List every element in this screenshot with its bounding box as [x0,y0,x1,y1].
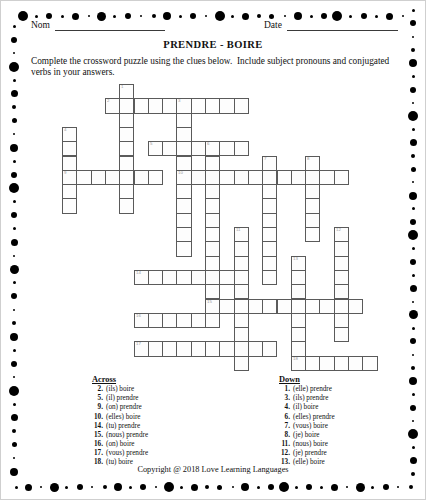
grid-cell[interactable] [162,98,177,113]
grid-cell[interactable] [176,127,191,142]
grid-cell[interactable] [162,341,177,356]
grid-cell[interactable] [119,156,134,171]
grid-cell[interactable] [205,213,220,228]
grid-cell[interactable] [176,213,191,228]
grid-cell[interactable]: 4 [62,127,77,142]
copyright-footer: Copyright @ 2018 Love Learning Languages [1,465,425,474]
grid-cell[interactable] [219,299,234,314]
grid-cell[interactable] [62,198,77,213]
clue-number: 10. [90,413,103,422]
grid-cell[interactable] [205,98,220,113]
border-dot [410,259,416,265]
instructions-text: Complete the crossword puzzle using the … [31,56,401,78]
grid-cell[interactable] [362,356,377,371]
cell-number: 18 [293,357,298,361]
border-dot [412,393,415,396]
border-dot [88,15,90,17]
clue-item: 17.(vous) prendre [90,449,148,458]
border-dot [125,13,131,19]
grid-cell[interactable] [219,341,234,356]
cell-number: 5 [150,142,152,146]
border-dot [412,247,415,250]
grid-cell[interactable] [119,113,134,128]
grid-cell[interactable] [148,341,163,356]
grid-cell[interactable] [248,299,263,314]
grid-cell[interactable] [291,284,306,299]
border-dot [412,75,415,78]
border-dot [97,12,106,21]
border-dot [409,192,417,200]
grid-cell[interactable] [334,327,349,342]
border-dot [294,12,302,20]
grid-cell[interactable] [176,227,191,242]
border-dot [231,15,234,18]
clue-item: 5.(il) prendre [90,394,148,403]
grid-cell[interactable] [62,184,77,199]
grid-cell[interactable] [76,170,91,185]
grid-cell[interactable] [262,170,277,185]
grid-cell[interactable]: 10 [176,170,191,185]
border-dot [412,102,414,104]
grid-cell[interactable]: 18 [291,356,306,371]
grid-cell[interactable] [134,170,149,185]
border-dot [411,366,415,370]
clue-number: 17. [90,449,103,458]
border-dot [18,11,28,21]
grid-cell[interactable] [148,98,163,113]
border-dot [306,484,312,490]
clue-item: 16.(on) boire [90,440,148,449]
grid-cell[interactable]: 3 [176,98,191,113]
clue-text: (on) boire [106,440,135,448]
clue-item: 14.(tu) prendre [90,422,148,431]
grid-cell[interactable]: 15 [205,299,220,314]
grid-cell[interactable]: 17 [134,341,149,356]
border-dot [12,118,17,123]
border-dot [11,90,18,97]
grid-cell[interactable] [291,270,306,285]
border-dot [13,349,16,352]
grid-cell[interactable] [305,198,320,213]
grid-cell[interactable]: 16 [134,313,149,328]
grid-cell[interactable] [176,198,191,213]
clue-number: 2. [90,385,103,394]
grid-cell[interactable] [205,284,220,299]
clue-item: 15.(nous) prendre [90,431,148,440]
border-dot [332,11,342,21]
grid-cell[interactable] [348,356,363,371]
clue-text: (vous) boire [293,422,328,430]
border-dot [217,485,222,490]
clue-number: 14. [90,422,103,431]
grid-cell[interactable] [277,170,292,185]
clue-item: 3.(ils) prendre [277,394,335,403]
grid-cell[interactable]: 7 [262,156,277,171]
border-dot [412,36,414,38]
border-dot [11,239,18,246]
nom-label: Nom [31,20,50,30]
border-dot [410,405,416,411]
border-dot [11,414,18,421]
border-dot [257,14,261,18]
across-clues-section: Across 2.(ils) boire5.(il) prendre9.(on)… [90,375,148,468]
grid-cell[interactable] [134,98,149,113]
cell-number: 4 [64,128,66,132]
clue-number: 8. [277,431,290,440]
grid-cell[interactable] [148,313,163,328]
border-dot [310,15,313,18]
border-dot [13,25,16,28]
clue-text: (il) prendre [106,394,139,402]
border-dot [408,230,418,240]
grid-cell[interactable] [205,241,220,256]
grid-cell[interactable]: 6 [205,141,220,156]
cell-number: 2 [107,99,109,103]
grid-cell[interactable] [119,198,134,213]
border-dot [13,309,15,311]
grid-cell[interactable]: 5 [148,141,163,156]
border-dot [349,15,352,18]
grid-cell[interactable]: 1 [119,84,134,99]
clue-item: 11.(nous) boire [277,440,335,449]
cell-number: 9 [64,171,66,175]
grid-cell[interactable] [191,341,206,356]
clue-item: 12.(je) prendre [277,449,335,458]
across-clue-list: 2.(ils) boire5.(il) prendre9.(on) prendr… [90,385,148,467]
border-dot [113,15,116,18]
grid-cell[interactable] [234,98,249,113]
grid-cell[interactable] [234,141,249,156]
grid-cell[interactable] [334,356,349,371]
clue-text: (ils) boire [106,385,134,393]
border-dot [410,285,417,292]
grid-cell[interactable] [119,141,134,156]
clue-item: 6.(elles) prendre [277,413,335,422]
border-dot [13,281,16,284]
clue-item: 4.(il) boire [277,403,335,412]
grid-cell[interactable] [277,299,292,314]
grid-cell[interactable] [119,184,134,199]
down-heading: Down [279,375,335,384]
grid-cell[interactable] [348,299,363,314]
grid-cell[interactable] [119,127,134,142]
grid-cell[interactable] [234,327,249,342]
cell-number: 13 [293,257,298,261]
border-dot [9,386,19,396]
grid-cell[interactable] [176,270,191,285]
grid-cell[interactable] [262,227,277,242]
grid-cell[interactable] [291,341,306,356]
border-dot [279,482,289,492]
grid-cell[interactable] [262,256,277,271]
border-dot [412,9,415,12]
grid-cell[interactable] [234,356,249,371]
clue-text: (vous) prendre [106,449,148,457]
grid-cell[interactable] [262,270,277,285]
grid-cell[interactable] [234,270,249,285]
grid-cell[interactable] [305,299,320,314]
grid-cell[interactable] [262,299,277,314]
grid-cell[interactable] [334,270,349,285]
clue-number: 1. [277,385,290,394]
grid-cell[interactable] [248,170,263,185]
border-dot [35,15,38,18]
border-dot [179,15,182,18]
clue-number: 11. [277,440,290,449]
grid-cell[interactable] [205,256,220,271]
border-dot [409,485,413,489]
grid-cell[interactable]: 14 [134,270,149,285]
page-title: PRENDRE - BOIRE [1,39,425,50]
border-dot [13,79,16,82]
grid-cell[interactable] [234,170,249,185]
clue-text: (elle) prendre [293,385,332,393]
grid-cell[interactable] [334,256,349,271]
grid-cell[interactable] [148,270,163,285]
border-dot [386,13,393,20]
grid-cell[interactable] [205,198,220,213]
border-dot [65,486,68,489]
grid-cell[interactable] [219,170,234,185]
border-dot [91,486,93,488]
border-dot [205,485,209,489]
grid-cell[interactable] [205,184,220,199]
grid-cell[interactable] [205,341,220,356]
border-dot [15,486,18,489]
clue-number: 16. [90,440,103,449]
grid-cell[interactable]: 9 [62,170,77,185]
across-heading: Across [92,375,148,384]
cell-number: 17 [136,342,141,346]
border-dot [13,160,16,163]
clue-item: 10.(elles) boire [90,413,148,422]
grid-cell[interactable] [191,270,206,285]
grid-cell[interactable] [219,270,234,285]
border-dot [409,377,417,385]
border-dot [410,457,417,464]
border-dot [13,52,15,54]
border-dot [410,219,416,225]
worksheet-page: Nom Date PRENDRE - BOIRE Complete the cr… [0,0,426,500]
cell-number: 16 [136,314,141,318]
grid-cell[interactable] [334,170,349,185]
cell-number: 8 [307,157,309,161]
border-dot [191,484,198,491]
grid-cell[interactable] [176,113,191,128]
border-dot [321,13,327,19]
border-dot [409,59,417,67]
border-dot [12,321,16,325]
border-dot [180,486,183,489]
border-dot [10,333,18,341]
border-dot [284,15,286,17]
grid-cell[interactable] [148,170,163,185]
clue-text: (je) boire [293,431,320,439]
grid-cell[interactable] [305,213,320,228]
grid-cell[interactable] [162,270,177,285]
grid-cell[interactable] [176,313,191,328]
grid-cell[interactable] [334,313,349,328]
border-dot [13,200,16,203]
border-dot [412,420,414,422]
grid-cell[interactable] [62,141,77,156]
border-dot [140,15,142,17]
border-dot [12,442,17,447]
clue-number: 7. [277,422,290,431]
grid-cell[interactable] [234,241,249,256]
border-dot [114,483,122,491]
grid-cell[interactable] [319,170,334,185]
grid-cell[interactable]: 2 [105,98,120,113]
grid-cell[interactable] [205,313,220,328]
grid-cell[interactable] [191,98,206,113]
border-dot [152,14,156,18]
grid-cell[interactable] [234,313,249,328]
grid-cell[interactable] [305,170,320,185]
border-dot [13,255,15,257]
grid-cell[interactable] [334,299,349,314]
grid-cell[interactable] [105,170,120,185]
clue-item: 9.(on) prendre [90,403,148,412]
border-dot [412,207,415,210]
border-dot [410,139,417,146]
grid-cell[interactable] [191,141,206,156]
border-dot [140,484,146,490]
grid-cell[interactable] [191,170,206,185]
grid-cell[interactable]: 11 [234,227,249,242]
cell-number: 6 [207,142,209,146]
grid-cell[interactable] [205,270,220,285]
clue-item: 8.(je) boire [277,431,335,440]
grid-cell[interactable] [176,184,191,199]
grid-cell[interactable] [205,156,220,171]
grid-cell[interactable] [305,184,320,199]
grid-cell[interactable] [162,141,177,156]
grid-cell[interactable] [119,98,134,113]
grid-cell[interactable] [162,313,177,328]
border-dot [408,111,418,121]
border-dot [257,486,260,489]
border-dot [409,310,418,319]
clue-text: (ils) prendre [293,394,328,402]
date-label: Date [264,20,282,30]
grid-cell[interactable] [319,299,334,314]
clue-text: (je) prendre [293,449,327,457]
border-dot [410,20,416,26]
grid-cell[interactable] [234,284,249,299]
grid-cell[interactable] [176,141,191,156]
grid-cell[interactable] [176,341,191,356]
border-dot [269,14,274,19]
grid-cell[interactable] [234,299,249,314]
border-dot [346,486,348,488]
cell-number: 15 [207,300,212,304]
cell-number: 14 [136,271,141,275]
border-dot [295,486,298,489]
grid-cell[interactable] [262,213,277,228]
down-clues-section: Down 1.(elle) prendre3.(ils) prendre4.(i… [277,375,335,468]
grid-cell[interactable] [305,227,320,242]
grid-cell[interactable] [305,356,320,371]
border-dot [412,446,415,449]
grid-cell[interactable]: 8 [305,156,320,171]
clue-item: 2.(ils) boire [90,385,148,394]
border-dot [320,486,323,489]
grid-cell[interactable]: 13 [291,256,306,271]
clue-text: (tu) prendre [106,422,140,430]
clue-number: 9. [90,403,103,412]
border-dot [331,484,338,491]
border-dot [190,13,196,19]
grid-cell[interactable] [219,98,234,113]
grid-cell[interactable] [205,227,220,242]
clue-text: (nous) prendre [106,431,148,439]
border-dot [412,274,415,277]
grid-cell[interactable] [219,141,234,156]
border-dot [410,87,416,93]
border-dot [361,13,367,19]
border-dot [375,15,378,18]
grid-cell[interactable] [291,313,306,328]
grid-cell[interactable] [262,241,277,256]
border-dot [411,154,415,158]
grid-cell[interactable] [176,156,191,171]
clue-number: 15. [90,431,103,440]
grid-cell[interactable] [205,170,220,185]
nom-blank-line [55,30,165,31]
grid-cell[interactable]: 12 [334,227,349,242]
border-dot [397,486,399,488]
grid-cell[interactable] [234,341,249,356]
border-dot [371,486,374,489]
grid-cell[interactable] [176,241,191,256]
grid-cell[interactable] [334,241,349,256]
grid-cell[interactable] [62,156,77,171]
cell-number: 11 [236,228,241,232]
border-dot [11,212,17,218]
border-dot [9,183,19,193]
grid-cell[interactable] [248,341,263,356]
clue-item: 7.(vous) boire [277,422,335,431]
down-clue-list: 1.(elle) prendre3.(ils) prendre4.(il) bo… [277,385,335,467]
clue-number: 3. [277,394,290,403]
grid-cell[interactable] [262,198,277,213]
border-dot [77,484,83,490]
grid-cell[interactable] [119,170,134,185]
grid-cell[interactable] [191,313,206,328]
border-dot [11,293,17,299]
clue-text: (nous) boire [293,440,328,448]
border-dot [46,13,52,19]
border-dot [12,429,16,433]
border-dot [50,483,59,492]
grid-cell[interactable] [262,341,277,356]
grid-cell[interactable] [291,170,306,185]
border-dot [11,361,17,367]
border-dot [72,13,79,20]
border-dot [10,265,19,274]
border-dot [164,482,174,492]
clue-text: (elles) prendre [293,413,335,421]
grid-cell[interactable] [234,256,249,271]
grid-cell[interactable] [91,170,106,185]
grid-cell[interactable] [262,184,277,199]
cell-number: 3 [178,99,180,103]
grid-cell[interactable] [291,327,306,342]
grid-cell[interactable] [291,299,306,314]
grid-cell[interactable] [319,356,334,371]
grid-cell[interactable] [334,284,349,299]
